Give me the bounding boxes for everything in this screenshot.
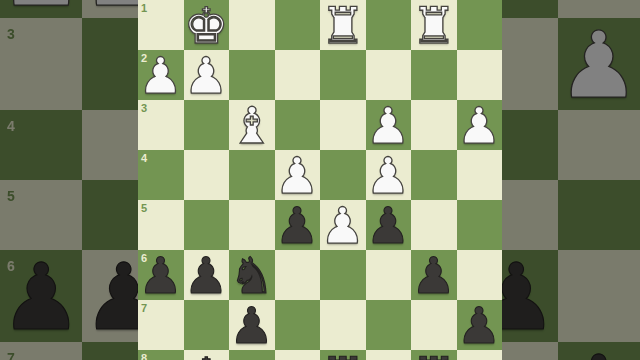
- square-f1[interactable]: [229, 0, 275, 50]
- square-g2[interactable]: ♟: [184, 50, 230, 100]
- square-d4[interactable]: [320, 150, 366, 200]
- white-bishop[interactable]: ♝: [229, 101, 274, 151]
- square-f3[interactable]: ♝: [229, 100, 275, 150]
- square-a3[interactable]: ♟: [457, 100, 503, 150]
- square-c3[interactable]: ♟: [366, 100, 412, 150]
- square-h6[interactable]: 6♟: [138, 250, 184, 300]
- square-b1[interactable]: ♜: [411, 0, 457, 50]
- square-c7[interactable]: [366, 300, 412, 350]
- square-a6[interactable]: [457, 250, 503, 300]
- black-pawn[interactable]: ♟: [457, 301, 502, 351]
- square-a3: ♟: [558, 18, 640, 110]
- square-e8[interactable]: e: [275, 350, 321, 360]
- square-d6[interactable]: [320, 250, 366, 300]
- square-d1[interactable]: ♜: [320, 0, 366, 50]
- square-d5[interactable]: ♟: [320, 200, 366, 250]
- square-a2[interactable]: [457, 50, 503, 100]
- black-knight[interactable]: ♞: [229, 251, 274, 301]
- square-b5[interactable]: [411, 200, 457, 250]
- square-e2[interactable]: [275, 50, 321, 100]
- white-pawn[interactable]: ♟: [138, 51, 183, 101]
- square-h2[interactable]: 2♟: [138, 50, 184, 100]
- square-f7[interactable]: ♟: [229, 300, 275, 350]
- square-d3[interactable]: [320, 100, 366, 150]
- square-e5[interactable]: ♟: [275, 200, 321, 250]
- square-g3[interactable]: [184, 100, 230, 150]
- square-d7[interactable]: [320, 300, 366, 350]
- square-b3[interactable]: [411, 100, 457, 150]
- square-h4[interactable]: 4: [138, 150, 184, 200]
- square-b6[interactable]: ♟: [411, 250, 457, 300]
- square-a7[interactable]: ♟: [457, 300, 503, 350]
- square-h2: ♟: [0, 0, 82, 18]
- square-c2[interactable]: [366, 50, 412, 100]
- white-king[interactable]: ♚: [184, 1, 229, 51]
- square-g4[interactable]: [184, 150, 230, 200]
- square-a7: ♟: [558, 342, 640, 360]
- square-g6[interactable]: ♟: [184, 250, 230, 300]
- white-pawn[interactable]: ♟: [184, 51, 229, 101]
- black-king[interactable]: ♚: [184, 351, 229, 360]
- rank-label-1: 1: [141, 3, 147, 14]
- square-a6: [558, 250, 640, 342]
- white-rook[interactable]: ♜: [320, 1, 365, 51]
- square-e1[interactable]: [275, 0, 321, 50]
- square-f5[interactable]: [229, 200, 275, 250]
- rank-label-3: 3: [141, 103, 147, 114]
- square-g5[interactable]: [184, 200, 230, 250]
- square-f8[interactable]: f: [229, 350, 275, 360]
- square-b2[interactable]: [411, 50, 457, 100]
- rank-label-4: 4: [141, 153, 147, 164]
- square-f4[interactable]: [229, 150, 275, 200]
- rank-label-3: 3: [7, 27, 15, 41]
- square-c5[interactable]: ♟: [366, 200, 412, 250]
- square-f2[interactable]: [229, 50, 275, 100]
- rank-label-4: 4: [7, 119, 15, 133]
- white-pawn[interactable]: ♟: [320, 201, 365, 251]
- square-h5: 5: [0, 180, 82, 250]
- square-d8[interactable]: d♜: [320, 350, 366, 360]
- square-h3[interactable]: 3: [138, 100, 184, 150]
- square-h4: 4: [0, 110, 82, 180]
- square-a1[interactable]: [457, 0, 503, 50]
- square-b4[interactable]: [411, 150, 457, 200]
- square-g8[interactable]: g♚: [184, 350, 230, 360]
- square-h6: 6♟: [0, 250, 82, 342]
- square-f6[interactable]: ♞: [229, 250, 275, 300]
- square-h3: 3: [0, 18, 82, 110]
- white-rook[interactable]: ♜: [411, 1, 456, 51]
- rank-label-7: 7: [141, 303, 147, 314]
- square-h5[interactable]: 5: [138, 200, 184, 250]
- video-frame: ♟♟3♟456♟♟♟7♟ 1♚♜♜2♟♟3♝♟♟4♟♟5♟♟♟6♟♟♞♟7♟♟8…: [0, 0, 640, 360]
- square-a4[interactable]: [457, 150, 503, 200]
- square-d2[interactable]: [320, 50, 366, 100]
- square-e3[interactable]: [275, 100, 321, 150]
- white-pawn[interactable]: ♟: [457, 101, 502, 151]
- black-pawn[interactable]: ♟: [138, 251, 183, 301]
- white-pawn[interactable]: ♟: [366, 151, 411, 201]
- square-c4[interactable]: ♟: [366, 150, 412, 200]
- white-pawn[interactable]: ♟: [275, 151, 320, 201]
- square-g7[interactable]: [184, 300, 230, 350]
- black-pawn[interactable]: ♟: [366, 201, 411, 251]
- chess-board[interactable]: 1♚♜♜2♟♟3♝♟♟4♟♟5♟♟♟6♟♟♞♟7♟♟8hg♚fed♜cb♜a: [138, 0, 502, 360]
- rank-label-7: 7: [7, 351, 15, 360]
- square-c8[interactable]: c: [366, 350, 412, 360]
- black-rook[interactable]: ♜: [411, 351, 456, 360]
- black-pawn[interactable]: ♟: [275, 201, 320, 251]
- white-pawn[interactable]: ♟: [366, 101, 411, 151]
- black-pawn[interactable]: ♟: [184, 251, 229, 301]
- rank-label-5: 5: [7, 189, 15, 203]
- rank-label-8: 8: [141, 353, 147, 360]
- square-a5[interactable]: [457, 200, 503, 250]
- rank-label-5: 5: [141, 203, 147, 214]
- square-a5: [558, 180, 640, 250]
- square-b8[interactable]: b♜: [411, 350, 457, 360]
- square-a8[interactable]: a: [457, 350, 503, 360]
- square-h7: 7: [0, 342, 82, 360]
- square-e6[interactable]: [275, 250, 321, 300]
- black-pawn[interactable]: ♟: [229, 301, 274, 351]
- square-b7[interactable]: [411, 300, 457, 350]
- square-c6[interactable]: [366, 250, 412, 300]
- square-c1[interactable]: [366, 0, 412, 50]
- square-h7[interactable]: 7: [138, 300, 184, 350]
- black-pawn: ♟: [558, 344, 640, 360]
- black-pawn[interactable]: ♟: [411, 251, 456, 301]
- square-a4: [558, 110, 640, 180]
- black-rook[interactable]: ♜: [320, 351, 365, 360]
- square-e7[interactable]: [275, 300, 321, 350]
- square-g1[interactable]: ♚: [184, 0, 230, 50]
- square-h1[interactable]: 1: [138, 0, 184, 50]
- black-pawn: ♟: [0, 252, 82, 344]
- white-pawn: ♟: [558, 20, 640, 112]
- square-h8[interactable]: 8h: [138, 350, 184, 360]
- white-pawn: ♟: [0, 0, 82, 20]
- square-e4[interactable]: ♟: [275, 150, 321, 200]
